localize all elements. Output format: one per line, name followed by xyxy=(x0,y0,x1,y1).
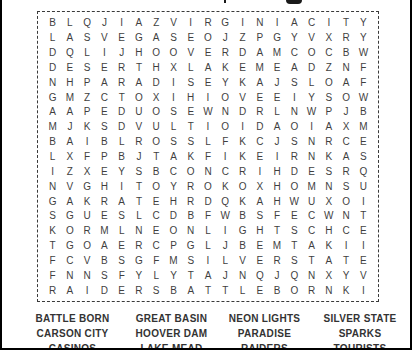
grid-cell-r3c6: H xyxy=(130,46,147,61)
grid-cell-r10c4: P xyxy=(96,150,113,165)
grid-cell-r18c11: J xyxy=(217,268,234,283)
grid-cell-r9c13: C xyxy=(251,135,268,150)
grid-cell-r11c4: E xyxy=(96,164,113,179)
grid-cell-r5c18: A xyxy=(337,75,354,90)
grid-cell-r16c2: G xyxy=(61,239,78,254)
grid-cell-r19c1: R xyxy=(44,283,61,298)
word-list: BATTLE BORNCARSON CITYCASINOSGREAT BASIN… xyxy=(20,311,409,350)
grid-cell-r3c4: I xyxy=(96,46,113,61)
grid-cell-r14c12: B xyxy=(234,209,251,224)
grid-cell-r6c16: Y xyxy=(303,90,320,105)
grid-cell-r7c18: J xyxy=(337,105,354,120)
grid-cell-r1c15: A xyxy=(286,16,303,31)
grid-cell-r5c5: R xyxy=(113,75,130,90)
grid-cell-r19c3: I xyxy=(79,283,96,298)
grid-cell-r14c6: L xyxy=(130,209,147,224)
grid-cell-r19c2: A xyxy=(61,283,78,298)
grid-cell-r5c7: D xyxy=(148,75,165,90)
grid-cell-r19c10: T xyxy=(199,283,216,298)
grid-cell-r4c14: E xyxy=(268,61,285,76)
grid-cell-r1c11: G xyxy=(217,16,234,31)
grid-cell-r2c18: R xyxy=(337,31,354,46)
grid-cell-r16c10: L xyxy=(199,239,216,254)
grid-cell-r1c1: B xyxy=(44,16,61,31)
grid-cell-r10c5: B xyxy=(113,150,130,165)
grid-cell-r19c8: B xyxy=(165,283,182,298)
grid-cell-r7c16: W xyxy=(303,105,320,120)
grid-cell-r11c2: Z xyxy=(61,164,78,179)
grid-cell-r3c8: O xyxy=(165,46,182,61)
grid-cell-r10c18: A xyxy=(337,150,354,165)
grid-cell-r14c2: G xyxy=(61,209,78,224)
grid-cell-r13c17: X xyxy=(320,194,337,209)
grid-cell-r5c12: K xyxy=(234,75,251,90)
grid-cell-r6c3: Z xyxy=(79,90,96,105)
grid-cell-r9c10: L xyxy=(199,135,216,150)
grid-cell-r10c15: R xyxy=(286,150,303,165)
grid-cell-r10c6: J xyxy=(130,150,147,165)
grid-cell-r15c5: L xyxy=(113,224,130,239)
grid-cell-r11c19: Q xyxy=(355,164,372,179)
grid-cell-r18c2: N xyxy=(61,268,78,283)
grid-cell-r3c12: D xyxy=(234,46,251,61)
grid-cell-r4c5: R xyxy=(113,61,130,76)
grid-cell-r8c2: J xyxy=(61,120,78,135)
grid-cell-r11c12: R xyxy=(234,164,251,179)
grid-cell-r3c18: B xyxy=(337,46,354,61)
grid-cell-r17c14: R xyxy=(268,253,285,268)
grid-cell-r3c10: E xyxy=(199,46,216,61)
grid-cell-r10c7: T xyxy=(148,150,165,165)
word-list-item: CASINOS xyxy=(20,341,125,350)
grid-cell-r5c17: O xyxy=(320,75,337,90)
grid-cell-r8c10: I xyxy=(199,120,216,135)
grid-cell-r17c17: A xyxy=(320,253,337,268)
grid-cell-r13c1: G xyxy=(44,194,61,209)
grid-cell-r16c9: G xyxy=(182,239,199,254)
title-descender-mark xyxy=(224,0,226,3)
grid-cell-r18c4: S xyxy=(96,268,113,283)
grid-cell-r15c2: O xyxy=(61,224,78,239)
grid-cell-r13c11: Q xyxy=(217,194,234,209)
grid-cell-r5c10: E xyxy=(199,75,216,90)
grid-cell-r9c9: S xyxy=(182,135,199,150)
grid-cell-r12c9: R xyxy=(182,179,199,194)
word-list-column-3: NEON LIGHTSPARADISERAIDERS xyxy=(218,311,311,350)
word-search-grid: BLQJIAZVIRGINIACITYLASVEGASEOJZPGYVXRYDQ… xyxy=(37,11,379,302)
grid-cell-r3c3: L xyxy=(79,46,96,61)
grid-cell-r15c12: G xyxy=(234,224,251,239)
grid-cell-r13c4: R xyxy=(96,194,113,209)
grid-cell-r7c13: R xyxy=(251,105,268,120)
grid-cell-r6c4: C xyxy=(96,90,113,105)
word-list-item: SILVER STATE xyxy=(311,311,409,326)
grid-cell-r9c4: B xyxy=(96,135,113,150)
grid-cell-r16c19: I xyxy=(355,239,372,254)
grid-cell-r12c13: X xyxy=(251,179,268,194)
grid-cell-r14c16: C xyxy=(303,209,320,224)
grid-cell-r16c16: A xyxy=(303,239,320,254)
grid-cell-r12c7: O xyxy=(148,179,165,194)
grid-cell-r1c8: V xyxy=(165,16,182,31)
grid-cell-r8c18: X xyxy=(337,120,354,135)
grid-cell-r2c7: A xyxy=(148,31,165,46)
grid-cell-r5c13: A xyxy=(251,75,268,90)
grid-cell-r10c2: X xyxy=(61,150,78,165)
grid-cell-r18c12: N xyxy=(234,268,251,283)
grid-cell-r3c2: Q xyxy=(61,46,78,61)
grid-cell-r4c4: E xyxy=(96,61,113,76)
grid-cell-r19c14: B xyxy=(268,283,285,298)
grid-cell-r11c10: N xyxy=(199,164,216,179)
grid-cell-r9c3: I xyxy=(79,135,96,150)
grid-cell-r2c4: V xyxy=(96,31,113,46)
grid-cell-r1c14: I xyxy=(268,16,285,31)
grid-cell-r10c17: K xyxy=(320,150,337,165)
grid-cell-r7c6: U xyxy=(130,105,147,120)
grid-cell-r2c2: A xyxy=(61,31,78,46)
grid-cell-r19c19: I xyxy=(355,283,372,298)
grid-cell-r15c8: O xyxy=(165,224,182,239)
grid-cell-r16c15: T xyxy=(286,239,303,254)
word-list-column-2: GREAT BASINHOOVER DAMLAKE MEAD xyxy=(125,311,218,350)
grid-cell-r9c6: R xyxy=(130,135,147,150)
word-list-item: NEON LIGHTS xyxy=(218,311,311,326)
grid-cell-r5c1: N xyxy=(44,75,61,90)
grid-cell-r8c19: M xyxy=(355,120,372,135)
grid-cell-r3c11: R xyxy=(217,46,234,61)
grid-cell-r12c17: N xyxy=(320,179,337,194)
grid-cell-r4c1: D xyxy=(44,61,61,76)
grid-cell-r1c9: I xyxy=(182,16,199,31)
grid-cell-r7c1: A xyxy=(44,105,61,120)
grid-cell-r10c19: S xyxy=(355,150,372,165)
grid-cell-r14c18: N xyxy=(337,209,354,224)
grid-cell-r10c11: I xyxy=(217,150,234,165)
grid-cell-r6c10: I xyxy=(199,90,216,105)
grid-cell-r1c2: L xyxy=(61,16,78,31)
grid-cell-r18c17: X xyxy=(320,268,337,283)
grid-cell-r1c3: Q xyxy=(79,16,96,31)
grid-cell-r14c7: C xyxy=(148,209,165,224)
grid-cell-r7c15: N xyxy=(286,105,303,120)
grid-cell-r7c9: E xyxy=(182,105,199,120)
grid-cell-r10c13: E xyxy=(251,150,268,165)
grid-cell-r19c11: T xyxy=(217,283,234,298)
word-list-item: TOURISTS xyxy=(311,341,409,350)
grid-cell-r2c8: S xyxy=(165,31,182,46)
grid-cell-r2c19: Y xyxy=(355,31,372,46)
grid-cell-r5c16: L xyxy=(303,75,320,90)
grid-cell-r15c7: E xyxy=(148,224,165,239)
grid-cell-r9c2: A xyxy=(61,135,78,150)
grid-cell-r13c8: H xyxy=(165,194,182,209)
grid-cell-r2c15: Y xyxy=(286,31,303,46)
grid-cell-r1c13: N xyxy=(251,16,268,31)
grid-cell-r8c6: V xyxy=(130,120,147,135)
grid-cell-r13c2: A xyxy=(61,194,78,209)
grid-cell-r13c18: O xyxy=(337,194,354,209)
grid-cell-r2c6: G xyxy=(130,31,147,46)
grid-cell-r11c15: D xyxy=(286,164,303,179)
grid-cell-r18c18: Y xyxy=(337,268,354,283)
grid-cell-r10c12: K xyxy=(234,150,251,165)
grid-cell-r13c6: T xyxy=(130,194,147,209)
grid-cell-r14c14: F xyxy=(268,209,285,224)
grid-cell-r8c4: S xyxy=(96,120,113,135)
word-list-item: BATTLE BORN xyxy=(20,311,125,326)
grid-cell-r11c8: C xyxy=(165,164,182,179)
grid-cell-r13c5: A xyxy=(113,194,130,209)
grid-cell-r8c13: D xyxy=(251,120,268,135)
grid-cell-r12c5: I xyxy=(113,179,130,194)
grid-cell-r11c9: O xyxy=(182,164,199,179)
grid-cell-r16c12: B xyxy=(234,239,251,254)
grid-cell-r14c15: E xyxy=(286,209,303,224)
grid-cell-r17c6: G xyxy=(130,253,147,268)
grid-cell-r11c13: I xyxy=(251,164,268,179)
word-list-item: PARADISE xyxy=(218,326,311,341)
grid-cell-r12c1: N xyxy=(44,179,61,194)
grid-cell-r16c6: R xyxy=(130,239,147,254)
grid-cell-r12c4: H xyxy=(96,179,113,194)
grid-cell-r3c5: J xyxy=(113,46,130,61)
grid-cell-r2c14: G xyxy=(268,31,285,46)
grid-cell-r9c19: E xyxy=(355,135,372,150)
grid-cell-r14c1: S xyxy=(44,209,61,224)
grid-cell-r14c3: U xyxy=(79,209,96,224)
grid-cell-r19c12: L xyxy=(234,283,251,298)
grid-cell-r19c16: R xyxy=(303,283,320,298)
grid-cell-r18c8: Y xyxy=(165,268,182,283)
grid-cell-r1c7: Z xyxy=(148,16,165,31)
grid-cell-r4c8: X xyxy=(165,61,182,76)
grid-cell-r7c2: A xyxy=(61,105,78,120)
grid-cell-r5c14: J xyxy=(268,75,285,90)
grid-cell-r4c6: T xyxy=(130,61,147,76)
grid-cell-r8c7: U xyxy=(148,120,165,135)
grid-cell-r17c8: M xyxy=(165,253,182,268)
grid-cell-r9c8: S xyxy=(165,135,182,150)
grid-cell-r16c8: P xyxy=(165,239,182,254)
grid-cell-r19c5: E xyxy=(113,283,130,298)
grid-cell-r17c11: L xyxy=(217,253,234,268)
grid-cell-r7c17: P xyxy=(320,105,337,120)
grid-cell-r4c19: F xyxy=(355,61,372,76)
grid-cell-r8c9: T xyxy=(182,120,199,135)
word-list-item: HOOVER DAM xyxy=(125,326,218,341)
grid-cell-r15c3: R xyxy=(79,224,96,239)
grid-cell-r12c16: M xyxy=(303,179,320,194)
grid-cell-r6c15: I xyxy=(286,90,303,105)
grid-cell-r4c9: L xyxy=(182,61,199,76)
grid-cell-r10c16: N xyxy=(303,150,320,165)
grid-cell-r19c17: N xyxy=(320,283,337,298)
grid-cell-r9c1: B xyxy=(44,135,61,150)
grid-cell-r16c1: T xyxy=(44,239,61,254)
grid-cell-r11c11: C xyxy=(217,164,234,179)
grid-cell-r13c14: H xyxy=(268,194,285,209)
grid-cell-r5c9: S xyxy=(182,75,199,90)
grid-cell-r16c18: I xyxy=(337,239,354,254)
grid-cell-r6c2: M xyxy=(61,90,78,105)
grid-cell-r6c18: O xyxy=(337,90,354,105)
grid-cell-r3c14: M xyxy=(268,46,285,61)
grid-cell-r16c13: E xyxy=(251,239,268,254)
grid-cell-r19c9: A xyxy=(182,283,199,298)
grid-cell-r16c7: C xyxy=(148,239,165,254)
grid-cell-r5c15: S xyxy=(286,75,303,90)
grid-cell-r17c13: E xyxy=(251,253,268,268)
grid-cell-r11c16: E xyxy=(303,164,320,179)
grid-cell-r7c11: N xyxy=(217,105,234,120)
grid-cell-r12c11: K xyxy=(217,179,234,194)
grid-cell-r18c9: T xyxy=(182,268,199,283)
grid-cell-r1c18: T xyxy=(337,16,354,31)
grid-cell-r15c9: N xyxy=(182,224,199,239)
grid-cell-r18c13: Q xyxy=(251,268,268,283)
grid-cell-r13c16: U xyxy=(303,194,320,209)
grid-cell-r19c7: S xyxy=(148,283,165,298)
grid-cell-r15c10: L xyxy=(199,224,216,239)
grid-cell-r6c9: H xyxy=(182,90,199,105)
grid-cell-r4c10: A xyxy=(199,61,216,76)
grid-cell-r7c19: B xyxy=(355,105,372,120)
grid-cell-r11c1: I xyxy=(44,164,61,179)
grid-cell-r17c12: V xyxy=(234,253,251,268)
grid-cell-r4c16: D xyxy=(303,61,320,76)
grid-cell-r14c19: T xyxy=(355,209,372,224)
grid-cell-r19c4: D xyxy=(96,283,113,298)
grid-cell-r9c16: N xyxy=(303,135,320,150)
grid-cell-r18c19: V xyxy=(355,268,372,283)
grid-cell-r7c14: L xyxy=(268,105,285,120)
word-list-item: CARSON CITY xyxy=(20,326,125,341)
grid-cell-r16c4: A xyxy=(96,239,113,254)
grid-cell-r4c11: K xyxy=(217,61,234,76)
word-list-item: GREAT BASIN xyxy=(125,311,218,326)
grid-cell-r18c15: Q xyxy=(286,268,303,283)
grid-cell-r18c7: L xyxy=(148,268,165,283)
grid-cell-r11c6: S xyxy=(130,164,147,179)
grid-cell-r9c11: F xyxy=(217,135,234,150)
grid-cell-r11c18: R xyxy=(337,164,354,179)
grid-cell-r1c19: Y xyxy=(355,16,372,31)
grid-cell-r5c11: Y xyxy=(217,75,234,90)
grid-cell-r15c4: M xyxy=(96,224,113,239)
grid-cell-r7c5: D xyxy=(113,105,130,120)
grid-cell-r13c15: W xyxy=(286,194,303,209)
grid-cell-r10c10: F xyxy=(199,150,216,165)
grid-cell-r15c17: H xyxy=(320,224,337,239)
grid-cell-r12c10: O xyxy=(199,179,216,194)
title-descender-mark xyxy=(286,0,302,4)
grid-cell-r9c17: R xyxy=(320,135,337,150)
grid-cell-r15c19: E xyxy=(355,224,372,239)
grid-cell-r4c12: E xyxy=(234,61,251,76)
grid-cell-r6c7: X xyxy=(148,90,165,105)
grid-cell-r1c5: I xyxy=(113,16,130,31)
grid-cell-r13c10: D xyxy=(199,194,216,209)
grid-cell-r6c5: T xyxy=(113,90,130,105)
grid-cell-r3c16: O xyxy=(303,46,320,61)
grid-cell-r12c6: T xyxy=(130,179,147,194)
grid-cell-r17c7: F xyxy=(148,253,165,268)
grid-cell-r4c15: A xyxy=(286,61,303,76)
grid-cell-r4c18: N xyxy=(337,61,354,76)
grid-cell-r9c12: K xyxy=(234,135,251,150)
grid-cell-r3c19: W xyxy=(355,46,372,61)
grid-cell-r10c9: K xyxy=(182,150,199,165)
grid-cell-r8c12: I xyxy=(234,120,251,135)
grid-cell-r2c5: E xyxy=(113,31,130,46)
grid-cell-r14c9: B xyxy=(182,209,199,224)
grid-cell-r4c2: E xyxy=(61,61,78,76)
grid-cell-r7c7: O xyxy=(148,105,165,120)
grid-cell-r3c7: O xyxy=(148,46,165,61)
grid-cell-r16c17: K xyxy=(320,239,337,254)
grid-cell-r9c14: J xyxy=(268,135,285,150)
grid-cell-r3c17: C xyxy=(320,46,337,61)
grid-cell-r15c11: I xyxy=(217,224,234,239)
grid-cell-r18c1: F xyxy=(44,268,61,283)
grid-cell-r15c15: S xyxy=(286,224,303,239)
word-list-item: SPARKS xyxy=(311,326,409,341)
grid-cell-r8c5: D xyxy=(113,120,130,135)
grid-cell-r18c5: F xyxy=(113,268,130,283)
grid-cell-r10c3: F xyxy=(79,150,96,165)
grid-cell-r11c3: X xyxy=(79,164,96,179)
grid-cell-r13c19: I xyxy=(355,194,372,209)
grid-cell-r16c11: J xyxy=(217,239,234,254)
grid-cell-r7c4: E xyxy=(96,105,113,120)
grid-cell-r9c18: C xyxy=(337,135,354,150)
grid-cell-r5c6: A xyxy=(130,75,147,90)
grid-cell-r8c11: O xyxy=(217,120,234,135)
grid-cell-r12c2: V xyxy=(61,179,78,194)
grid-cell-r15c18: C xyxy=(337,224,354,239)
word-list-item: LAKE MEAD xyxy=(125,341,218,350)
grid-cell-r1c4: J xyxy=(96,16,113,31)
grid-cell-r5c8: I xyxy=(165,75,182,90)
grid-cell-r6c13: E xyxy=(251,90,268,105)
grid-cell-r12c19: U xyxy=(355,179,372,194)
grid-cell-r12c18: S xyxy=(337,179,354,194)
grid-cell-r18c10: A xyxy=(199,268,216,283)
grid-cell-r8c8: L xyxy=(165,120,182,135)
grid-cell-r2c9: E xyxy=(182,31,199,46)
grid-cell-r2c10: O xyxy=(199,31,216,46)
grid-cell-r17c1: F xyxy=(44,253,61,268)
grid-cell-r13c9: R xyxy=(182,194,199,209)
grid-cell-r13c12: K xyxy=(234,194,251,209)
grid-cell-r17c10: I xyxy=(199,253,216,268)
grid-cell-r2c11: J xyxy=(217,31,234,46)
grid-cell-r5c4: A xyxy=(96,75,113,90)
grid-cell-r7c12: D xyxy=(234,105,251,120)
grid-cell-r11c14: H xyxy=(268,164,285,179)
grid-cell-r1c17: I xyxy=(320,16,337,31)
grid-cell-r18c14: J xyxy=(268,268,285,283)
grid-cell-r1c12: I xyxy=(234,16,251,31)
grid-cell-r4c13: M xyxy=(251,61,268,76)
grid-cell-r6c6: O xyxy=(130,90,147,105)
grid-cell-r18c16: N xyxy=(303,268,320,283)
grid-cell-r2c16: V xyxy=(303,31,320,46)
grid-cell-r17c15: S xyxy=(286,253,303,268)
grid-cell-r4c7: H xyxy=(148,61,165,76)
grid-cell-r5c19: F xyxy=(355,75,372,90)
